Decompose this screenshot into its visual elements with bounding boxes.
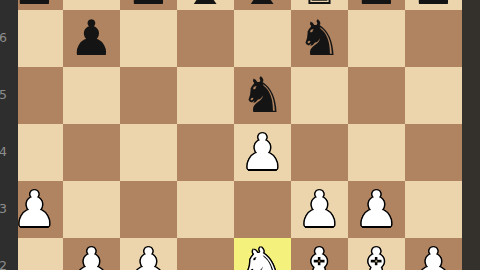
square-d3[interactable] — [177, 181, 234, 238]
square-g4[interactable] — [348, 124, 405, 181]
square-d4[interactable] — [177, 124, 234, 181]
white-pawn-b2[interactable]: ♟ — [63, 238, 120, 270]
black-knight-f6[interactable]: ♞ — [291, 10, 348, 67]
square-d6[interactable] — [177, 10, 234, 67]
rank-label-4: 4 — [0, 143, 10, 161]
square-d5[interactable] — [177, 67, 234, 124]
square-f7[interactable]: ♚ — [291, 0, 348, 10]
square-c3[interactable] — [120, 181, 177, 238]
square-h6[interactable] — [405, 10, 462, 67]
square-g5[interactable] — [348, 67, 405, 124]
white-bishop-g2[interactable]: ♝ — [348, 238, 405, 270]
square-h2[interactable]: ♟ — [405, 238, 462, 270]
square-h7[interactable]: ♟ — [405, 0, 462, 10]
white-pawn-e4[interactable]: ♟ — [234, 124, 291, 181]
left-gutter: 65432 — [0, 0, 18, 270]
square-c2[interactable]: ♟ — [120, 238, 177, 270]
square-b7[interactable] — [63, 0, 120, 10]
rank-label-6: 6 — [0, 29, 10, 47]
white-pawn-h2[interactable]: ♟ — [405, 238, 462, 270]
rank-label-3: 3 — [0, 200, 10, 218]
square-b4[interactable] — [63, 124, 120, 181]
black-knight-e5[interactable]: ♞ — [234, 67, 291, 124]
white-pawn-c2[interactable]: ♟ — [120, 238, 177, 270]
board-stage: ♟♟♝♝♚♟♟♟♞♞♟♟♟♟♟♟♞♝♝♟ 65432 — [0, 0, 480, 270]
square-h3[interactable] — [405, 181, 462, 238]
rank-label-2: 2 — [0, 257, 10, 270]
square-e7[interactable]: ♝ — [234, 0, 291, 10]
right-strip — [462, 0, 480, 270]
square-c4[interactable] — [120, 124, 177, 181]
square-c6[interactable] — [120, 10, 177, 67]
white-pawn-g3[interactable]: ♟ — [348, 181, 405, 238]
square-e5[interactable]: ♞ — [234, 67, 291, 124]
square-d2[interactable] — [177, 238, 234, 270]
square-e2[interactable]: ♞ — [234, 238, 291, 270]
square-g6[interactable] — [348, 10, 405, 67]
square-h4[interactable] — [405, 124, 462, 181]
square-g2[interactable]: ♝ — [348, 238, 405, 270]
black-pawn-b6[interactable]: ♟ — [63, 10, 120, 67]
square-c7[interactable]: ♟ — [120, 0, 177, 10]
square-e4[interactable]: ♟ — [234, 124, 291, 181]
square-g3[interactable]: ♟ — [348, 181, 405, 238]
rank-label-5: 5 — [0, 86, 10, 104]
square-d7[interactable]: ♝ — [177, 0, 234, 10]
square-f5[interactable] — [291, 67, 348, 124]
chess-board: ♟♟♝♝♚♟♟♟♞♞♟♟♟♟♟♟♞♝♝♟ — [6, 0, 462, 270]
square-b3[interactable] — [63, 181, 120, 238]
white-bishop-f2[interactable]: ♝ — [291, 238, 348, 270]
square-b2[interactable]: ♟ — [63, 238, 120, 270]
square-f2[interactable]: ♝ — [291, 238, 348, 270]
square-f3[interactable]: ♟ — [291, 181, 348, 238]
square-b5[interactable] — [63, 67, 120, 124]
square-c5[interactable] — [120, 67, 177, 124]
white-knight-e2[interactable]: ♞ — [234, 238, 291, 270]
square-b6[interactable]: ♟ — [63, 10, 120, 67]
square-f6[interactable]: ♞ — [291, 10, 348, 67]
square-e6[interactable] — [234, 10, 291, 67]
square-g7[interactable]: ♟ — [348, 0, 405, 10]
square-f4[interactable] — [291, 124, 348, 181]
square-e3[interactable] — [234, 181, 291, 238]
white-pawn-f3[interactable]: ♟ — [291, 181, 348, 238]
square-h5[interactable] — [405, 67, 462, 124]
